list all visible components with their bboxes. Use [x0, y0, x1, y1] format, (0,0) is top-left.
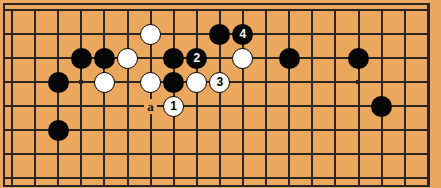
point-label-a: a [144, 99, 157, 114]
go-board-diagram: 4231a [0, 0, 441, 188]
stone-white [117, 48, 138, 69]
stone-white-move-3: 3 [209, 72, 230, 93]
stone-black [163, 72, 184, 93]
stone-white [232, 48, 253, 69]
stone-black [371, 96, 392, 117]
stone-black-move-4: 4 [232, 24, 253, 45]
stone-white [140, 24, 161, 45]
stone-black-move-2: 2 [186, 48, 207, 69]
stone-white [186, 72, 207, 93]
stone-white [140, 72, 161, 93]
stone-black [279, 48, 300, 69]
stone-black [209, 24, 230, 45]
stone-white [94, 72, 115, 93]
stone-black [94, 48, 115, 69]
star-point [356, 80, 360, 84]
stone-black [71, 48, 92, 69]
go-board-grid: 4231a [0, 0, 439, 188]
stone-white-move-1: 1 [163, 96, 184, 117]
stone-black [48, 120, 69, 141]
stone-black [163, 48, 184, 69]
stone-black [348, 48, 369, 69]
star-point [79, 80, 83, 84]
stone-black [48, 72, 69, 93]
